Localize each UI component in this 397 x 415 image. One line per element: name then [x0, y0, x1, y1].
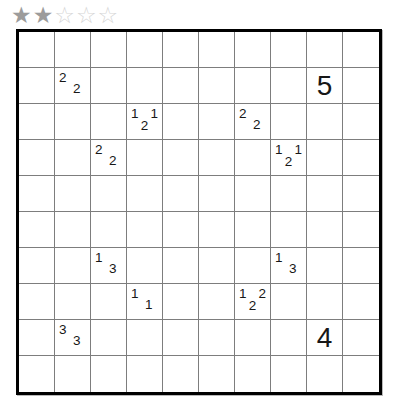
cell-r10c9[interactable]: [307, 356, 343, 392]
clue-digit: 5: [317, 72, 333, 100]
clue-digit: 1: [131, 287, 139, 301]
cell-r5c1[interactable]: [19, 176, 55, 212]
cell-r4c7[interactable]: [235, 140, 271, 176]
cell-r4c5[interactable]: [163, 140, 199, 176]
cell-r3c10[interactable]: [343, 104, 379, 140]
cell-r1c9[interactable]: [307, 32, 343, 68]
cell-r9c8[interactable]: [271, 320, 307, 356]
cell-r7c4[interactable]: [127, 248, 163, 284]
clue-cell-r8c7: 122: [235, 284, 271, 320]
cell-r5c3[interactable]: [91, 176, 127, 212]
clue-digit: 4: [317, 324, 333, 352]
clue-cell-r7c8: 13: [271, 248, 307, 284]
cell-r7c10[interactable]: [343, 248, 379, 284]
clue-cell-r8c4: 11: [127, 284, 163, 320]
cell-r3c3[interactable]: [91, 104, 127, 140]
clue-cell-r4c3: 22: [91, 140, 127, 176]
cell-r5c8[interactable]: [271, 176, 307, 212]
clue-cell-r9c2: 33: [55, 320, 91, 356]
cell-r8c8[interactable]: [271, 284, 307, 320]
cell-r6c5[interactable]: [163, 212, 199, 248]
cell-r7c2[interactable]: [55, 248, 91, 284]
clue-digit: 2: [271, 155, 306, 169]
puzzle-page: ★★☆☆☆ 2251122222112131311122334: [0, 0, 397, 415]
cell-r10c10[interactable]: [343, 356, 379, 392]
star-empty-icon: ☆: [98, 2, 120, 28]
cell-r2c8[interactable]: [271, 68, 307, 104]
cell-r6c9[interactable]: [307, 212, 343, 248]
clue-digit: 1: [275, 251, 283, 265]
cell-r10c1[interactable]: [19, 356, 55, 392]
cell-r7c1[interactable]: [19, 248, 55, 284]
star-filled-icon: ★: [11, 2, 33, 28]
cell-r5c6[interactable]: [199, 176, 235, 212]
clue-cell-r2c2: 22: [55, 68, 91, 104]
cell-r6c6[interactable]: [199, 212, 235, 248]
cell-r2c3[interactable]: [91, 68, 127, 104]
cell-r10c2[interactable]: [55, 356, 91, 392]
cell-r2c10[interactable]: [343, 68, 379, 104]
star-empty-icon: ☆: [76, 2, 98, 28]
cell-r8c3[interactable]: [91, 284, 127, 320]
clue-digit: 2: [59, 71, 67, 85]
cell-r5c10[interactable]: [343, 176, 379, 212]
cell-r4c1[interactable]: [19, 140, 55, 176]
clue-digit: 2: [73, 82, 81, 96]
cell-r2c1[interactable]: [19, 68, 55, 104]
clue-digit: 2: [235, 299, 270, 313]
clue-digit: 3: [109, 262, 117, 276]
cell-r5c4[interactable]: [127, 176, 163, 212]
cell-r7c7[interactable]: [235, 248, 271, 284]
cell-r1c10[interactable]: [343, 32, 379, 68]
cell-r2c6[interactable]: [199, 68, 235, 104]
cell-r3c9[interactable]: [307, 104, 343, 140]
cell-r9c5[interactable]: [163, 320, 199, 356]
clue-digit: 2: [109, 154, 117, 168]
cell-r6c4[interactable]: [127, 212, 163, 248]
clue-digit: 1: [95, 251, 103, 265]
cell-r3c5[interactable]: [163, 104, 199, 140]
clue-digit: 1: [145, 298, 153, 312]
cell-r4c6[interactable]: [199, 140, 235, 176]
cell-r1c2[interactable]: [55, 32, 91, 68]
cell-r8c6[interactable]: [199, 284, 235, 320]
cell-r1c6[interactable]: [199, 32, 235, 68]
cell-r3c2[interactable]: [55, 104, 91, 140]
cell-r9c1[interactable]: [19, 320, 55, 356]
cell-r9c3[interactable]: [91, 320, 127, 356]
clue-cell-r3c4: 112: [127, 104, 163, 140]
cell-r1c7[interactable]: [235, 32, 271, 68]
clue-cell-r9c9: 4: [307, 320, 343, 356]
cell-r2c5[interactable]: [163, 68, 199, 104]
cell-r5c7[interactable]: [235, 176, 271, 212]
cell-r10c6[interactable]: [199, 356, 235, 392]
cell-r10c3[interactable]: [91, 356, 127, 392]
cell-r2c7[interactable]: [235, 68, 271, 104]
cell-r6c3[interactable]: [91, 212, 127, 248]
cell-r10c5[interactable]: [163, 356, 199, 392]
star-empty-icon: ☆: [54, 2, 76, 28]
cell-r3c8[interactable]: [271, 104, 307, 140]
clue-digit: 3: [59, 323, 67, 337]
cell-r1c4[interactable]: [127, 32, 163, 68]
cell-r1c5[interactable]: [163, 32, 199, 68]
cell-r8c10[interactable]: [343, 284, 379, 320]
cell-r1c1[interactable]: [19, 32, 55, 68]
cell-r8c5[interactable]: [163, 284, 199, 320]
cell-r9c7[interactable]: [235, 320, 271, 356]
cell-r4c4[interactable]: [127, 140, 163, 176]
cell-r9c6[interactable]: [199, 320, 235, 356]
clue-digit: 2: [95, 143, 103, 157]
cell-r6c8[interactable]: [271, 212, 307, 248]
cell-r3c1[interactable]: [19, 104, 55, 140]
difficulty-rating: ★★☆☆☆: [11, 0, 119, 30]
cell-r6c1[interactable]: [19, 212, 55, 248]
cell-r5c2[interactable]: [55, 176, 91, 212]
clue-cell-r2c9: 5: [307, 68, 343, 104]
cell-r10c4[interactable]: [127, 356, 163, 392]
cell-r10c7[interactable]: [235, 356, 271, 392]
clue-digit: 2: [127, 119, 162, 133]
cell-r7c9[interactable]: [307, 248, 343, 284]
clue-digit: 2: [253, 118, 261, 132]
cell-r10c8[interactable]: [271, 356, 307, 392]
cell-r1c3[interactable]: [91, 32, 127, 68]
cell-r6c7[interactable]: [235, 212, 271, 248]
cell-r6c10[interactable]: [343, 212, 379, 248]
cell-r8c1[interactable]: [19, 284, 55, 320]
clue-cell-r3c7: 22: [235, 104, 271, 140]
tapa-board: 2251122222112131311122334: [16, 29, 382, 395]
clue-digit: 3: [289, 262, 297, 276]
star-filled-icon: ★: [33, 2, 55, 28]
clue-cell-r4c8: 112: [271, 140, 307, 176]
cell-r8c2[interactable]: [55, 284, 91, 320]
cell-r7c6[interactable]: [199, 248, 235, 284]
clue-digit: 3: [73, 334, 81, 348]
cell-r1c8[interactable]: [271, 32, 307, 68]
cell-r4c2[interactable]: [55, 140, 91, 176]
cell-r9c10[interactable]: [343, 320, 379, 356]
cell-r5c9[interactable]: [307, 176, 343, 212]
cell-r4c10[interactable]: [343, 140, 379, 176]
clue-digit: 2: [239, 107, 247, 121]
cell-r3c6[interactable]: [199, 104, 235, 140]
cell-r7c5[interactable]: [163, 248, 199, 284]
cell-r9c4[interactable]: [127, 320, 163, 356]
cell-r6c2[interactable]: [55, 212, 91, 248]
cell-r8c9[interactable]: [307, 284, 343, 320]
clue-cell-r7c3: 13: [91, 248, 127, 284]
cell-r4c9[interactable]: [307, 140, 343, 176]
cell-r2c4[interactable]: [127, 68, 163, 104]
cell-r5c5[interactable]: [163, 176, 199, 212]
